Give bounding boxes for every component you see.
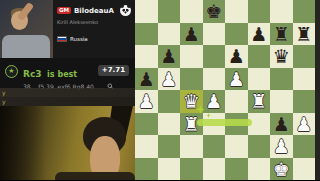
white-pawn-a4: ♟ xyxy=(135,90,158,113)
analysis-banner: ★ Rc3 is best 38... f5 39. exf6 Rg8 40. … xyxy=(0,58,135,88)
black-pawn-a5: ♟ xyxy=(135,68,158,91)
square-f7[interactable]: ♟ xyxy=(248,23,271,46)
black-queen-g6: ♛ xyxy=(270,45,293,68)
square-d5[interactable] xyxy=(203,68,226,91)
square-b2[interactable] xyxy=(158,135,181,158)
square-c6[interactable] xyxy=(180,45,203,68)
square-a6[interactable] xyxy=(135,45,158,68)
square-g6[interactable]: ♛ xyxy=(270,45,293,68)
square-c2[interactable] xyxy=(180,135,203,158)
square-g4[interactable] xyxy=(270,90,293,113)
photo-shoulder xyxy=(55,172,135,180)
square-g5[interactable] xyxy=(270,68,293,91)
square-c5[interactable] xyxy=(180,68,203,91)
square-a5[interactable]: ♟ xyxy=(135,68,158,91)
black-pawn-g3: ♟ xyxy=(270,113,293,136)
player-username: BilodeauA xyxy=(74,7,114,15)
white-pawn-g2: ♟ xyxy=(270,135,293,158)
square-d2[interactable] xyxy=(203,135,226,158)
square-a1[interactable] xyxy=(135,158,158,181)
eval-badge: +7.71 xyxy=(98,65,129,76)
square-g2[interactable]: ♟ xyxy=(270,135,293,158)
square-b6[interactable]: ♟ xyxy=(158,45,181,68)
square-g8[interactable] xyxy=(270,0,293,23)
square-g3[interactable]: ♟ xyxy=(270,113,293,136)
square-e5[interactable]: ♟ xyxy=(225,68,248,91)
white-pawn-d4: ♟ xyxy=(203,90,226,113)
gm-title-badge: GM xyxy=(57,7,71,15)
black-pawn-b6: ♟ xyxy=(158,45,181,68)
square-a8[interactable] xyxy=(135,0,158,23)
square-f4[interactable]: ♜ xyxy=(248,90,271,113)
black-pawn-e6: ♟ xyxy=(225,45,248,68)
player-photo-bottom xyxy=(0,106,135,180)
square-c8[interactable] xyxy=(180,0,203,23)
panda-avatar-icon xyxy=(120,5,131,16)
square-f2[interactable] xyxy=(248,135,271,158)
square-h6[interactable] xyxy=(293,45,316,68)
square-b5[interactable]: ♟ xyxy=(158,68,181,91)
player-card-header: GM BilodeauA xyxy=(57,5,133,16)
square-e2[interactable] xyxy=(225,135,248,158)
chess-board[interactable]: ♚♟♟♜♜♟♟♛♟♟♟♟♛♟♜♜♟♟♟♚ xyxy=(135,0,315,180)
photo-shadow xyxy=(0,106,46,180)
player-card: GM BilodeauA Kirill Alekseenko Russia xyxy=(53,0,135,58)
best-move-trail xyxy=(197,119,252,126)
square-h8[interactable] xyxy=(293,0,316,23)
square-a4[interactable]: ♟ xyxy=(135,90,158,113)
white-pawn-b5: ♟ xyxy=(158,68,181,91)
background-strip xyxy=(315,0,320,180)
player-country: Russia xyxy=(70,36,88,42)
overlay-row: y xyxy=(0,97,135,106)
square-f6[interactable] xyxy=(248,45,271,68)
square-h3[interactable]: ♟ xyxy=(293,113,316,136)
square-b4[interactable] xyxy=(158,90,181,113)
square-d6[interactable] xyxy=(203,45,226,68)
panda-ear-icon xyxy=(120,4,124,8)
square-e1[interactable] xyxy=(225,158,248,181)
square-f5[interactable] xyxy=(248,68,271,91)
square-h5[interactable] xyxy=(293,68,316,91)
photo-shirt xyxy=(2,35,50,58)
square-e8[interactable] xyxy=(225,0,248,23)
square-e4[interactable] xyxy=(225,90,248,113)
square-g1[interactable]: ♚ xyxy=(270,158,293,181)
white-pawn-h3: ♟ xyxy=(293,113,316,136)
russia-flag-icon xyxy=(57,36,67,42)
square-c1[interactable] xyxy=(180,158,203,181)
player-photo-top xyxy=(0,0,53,58)
square-d1[interactable] xyxy=(203,158,226,181)
square-h4[interactable] xyxy=(293,90,316,113)
white-rook-f4: ♜ xyxy=(248,90,271,113)
panda-ear-icon xyxy=(127,4,131,8)
square-d4[interactable]: ♟ xyxy=(203,90,226,113)
square-c7[interactable]: ♟ xyxy=(180,23,203,46)
best-move-suffix: is best xyxy=(47,70,77,79)
black-rook-g7: ♜ xyxy=(270,23,293,46)
best-move: Rc3 xyxy=(23,69,42,79)
square-d7[interactable] xyxy=(203,23,226,46)
black-pawn-c7: ♟ xyxy=(180,23,203,46)
square-a7[interactable] xyxy=(135,23,158,46)
square-b8[interactable] xyxy=(158,0,181,23)
black-king-d8: ♚ xyxy=(203,0,226,23)
black-pawn-f7: ♟ xyxy=(248,23,271,46)
player-country-row: Russia xyxy=(57,36,133,42)
square-e7[interactable] xyxy=(225,23,248,46)
square-h1[interactable] xyxy=(293,158,316,181)
square-a3[interactable] xyxy=(135,113,158,136)
square-f8[interactable] xyxy=(248,0,271,23)
square-h2[interactable] xyxy=(293,135,316,158)
black-rook-h7: ♜ xyxy=(293,23,316,46)
square-b3[interactable] xyxy=(158,113,181,136)
side-row-marker: y xyxy=(2,98,6,105)
best-move-star-icon: ★ xyxy=(5,65,18,78)
square-d8[interactable]: ♚ xyxy=(203,0,226,23)
white-pawn-e5: ♟ xyxy=(225,68,248,91)
player-real-name: Kirill Alekseenko xyxy=(57,19,133,25)
side-row-marker: y xyxy=(2,89,6,96)
square-e6[interactable]: ♟ xyxy=(225,45,248,68)
square-f1[interactable] xyxy=(248,158,271,181)
square-h7[interactable]: ♜ xyxy=(293,23,316,46)
video-frame: GM BilodeauA Kirill Alekseenko Russia ★ … xyxy=(0,0,320,180)
square-b7[interactable] xyxy=(158,23,181,46)
white-king-g1: ♚ xyxy=(270,158,293,181)
overlay-row: y xyxy=(0,88,135,97)
square-b1[interactable] xyxy=(158,158,181,181)
square-a2[interactable] xyxy=(135,135,158,158)
square-g7[interactable]: ♜ xyxy=(270,23,293,46)
